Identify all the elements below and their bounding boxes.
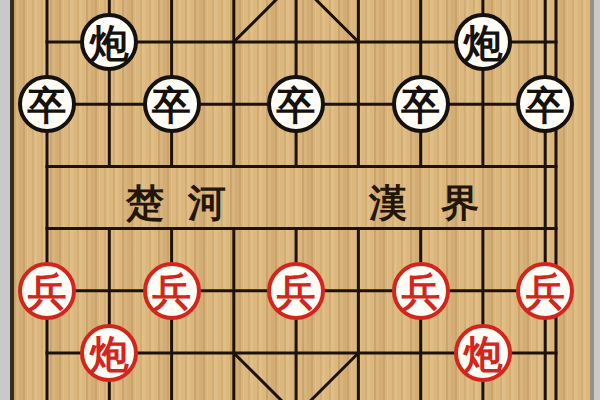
piece-red-soldier[interactable]: 兵 <box>18 262 76 320</box>
red-soldier-glyph: 兵 <box>28 272 67 311</box>
red-soldier-glyph: 兵 <box>526 272 565 311</box>
piece-black-soldier[interactable]: 卒 <box>516 75 574 133</box>
river-label-1: 河 <box>188 182 226 224</box>
red-soldier-glyph: 兵 <box>277 272 316 311</box>
piece-black-soldier[interactable]: 卒 <box>143 75 201 133</box>
piece-black-cannon[interactable]: 炮 <box>454 13 512 71</box>
piece-red-soldier[interactable]: 兵 <box>392 262 450 320</box>
piece-black-soldier[interactable]: 卒 <box>392 75 450 133</box>
black-soldier-glyph: 卒 <box>277 86 316 125</box>
screenshot-root: 楚河漢界 炮炮卒卒卒卒卒兵兵兵兵兵炮炮 <box>0 0 600 400</box>
river-label-0: 楚 <box>126 182 164 224</box>
black-soldier-glyph: 卒 <box>526 86 565 125</box>
red-cannon-glyph: 炮 <box>463 335 502 374</box>
black-cannon-glyph: 炮 <box>463 24 502 63</box>
piece-black-cannon[interactable]: 炮 <box>80 13 138 71</box>
black-soldier-glyph: 卒 <box>28 86 67 125</box>
black-cannon-glyph: 炮 <box>90 24 129 63</box>
piece-red-cannon[interactable]: 炮 <box>80 324 138 382</box>
red-soldier-glyph: 兵 <box>401 272 440 311</box>
red-cannon-glyph: 炮 <box>90 335 129 374</box>
piece-red-soldier[interactable]: 兵 <box>516 262 574 320</box>
black-soldier-glyph: 卒 <box>152 86 191 125</box>
piece-black-soldier[interactable]: 卒 <box>18 75 76 133</box>
piece-red-soldier[interactable]: 兵 <box>143 262 201 320</box>
red-soldier-glyph: 兵 <box>152 272 191 311</box>
piece-red-soldier[interactable]: 兵 <box>267 262 325 320</box>
river-label-2: 漢 <box>369 182 407 224</box>
black-soldier-glyph: 卒 <box>401 86 440 125</box>
piece-red-cannon[interactable]: 炮 <box>454 324 512 382</box>
piece-black-soldier[interactable]: 卒 <box>267 75 325 133</box>
river-label-3: 界 <box>441 182 479 224</box>
